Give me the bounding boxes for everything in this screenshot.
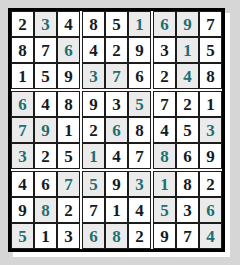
cell-r8c6[interactable]: 4 — [128, 197, 151, 223]
cell-r3c9[interactable]: 8 — [199, 63, 222, 89]
cell-r4c4[interactable]: 9 — [82, 91, 105, 117]
block-3-2: 593714682 — [82, 171, 151, 249]
cell-r2c7[interactable]: 3 — [153, 37, 176, 63]
cell-r8c4[interactable]: 7 — [82, 197, 105, 223]
cell-r8c8[interactable]: 3 — [176, 197, 199, 223]
cell-r2c6[interactable]: 9 — [128, 37, 151, 63]
cell-r6c5[interactable]: 4 — [105, 143, 128, 169]
cell-r3c5[interactable]: 7 — [105, 63, 128, 89]
cell-r9c4[interactable]: 6 — [82, 223, 105, 249]
cell-r3c8[interactable]: 4 — [176, 63, 199, 89]
block-1-1: 234876159 — [11, 11, 80, 89]
cell-r9c1[interactable]: 5 — [11, 223, 34, 249]
cell-r9c6[interactable]: 2 — [128, 223, 151, 249]
cell-r8c5[interactable]: 1 — [105, 197, 128, 223]
page-background: 2348761598514293766973152486487913259352… — [0, 0, 240, 265]
cell-r1c3[interactable]: 4 — [57, 11, 80, 37]
cell-r9c5[interactable]: 8 — [105, 223, 128, 249]
cell-r3c3[interactable]: 9 — [57, 63, 80, 89]
cell-r5c8[interactable]: 5 — [176, 117, 199, 143]
cell-r4c8[interactable]: 2 — [176, 91, 199, 117]
cell-r6c2[interactable]: 2 — [34, 143, 57, 169]
block-2-3: 721453869 — [153, 91, 222, 169]
cell-r7c5[interactable]: 9 — [105, 171, 128, 197]
cell-r5c2[interactable]: 9 — [34, 117, 57, 143]
cell-r8c3[interactable]: 2 — [57, 197, 80, 223]
cell-r1c7[interactable]: 6 — [153, 11, 176, 37]
cell-r6c6[interactable]: 7 — [128, 143, 151, 169]
cell-r5c7[interactable]: 4 — [153, 117, 176, 143]
block-1-2: 851429376 — [82, 11, 151, 89]
cell-r1c8[interactable]: 9 — [176, 11, 199, 37]
cell-r5c3[interactable]: 1 — [57, 117, 80, 143]
cell-r3c2[interactable]: 5 — [34, 63, 57, 89]
cell-r3c4[interactable]: 3 — [82, 63, 105, 89]
cell-r7c7[interactable]: 1 — [153, 171, 176, 197]
cell-r4c3[interactable]: 8 — [57, 91, 80, 117]
cell-r1c6[interactable]: 1 — [128, 11, 151, 37]
cell-r1c9[interactable]: 7 — [199, 11, 222, 37]
cell-r5c9[interactable]: 3 — [199, 117, 222, 143]
cell-r2c1[interactable]: 8 — [11, 37, 34, 63]
cell-r9c8[interactable]: 7 — [176, 223, 199, 249]
cell-r5c6[interactable]: 8 — [128, 117, 151, 143]
cell-r1c2[interactable]: 3 — [34, 11, 57, 37]
cell-r5c4[interactable]: 2 — [82, 117, 105, 143]
cell-r8c2[interactable]: 8 — [34, 197, 57, 223]
cell-r6c9[interactable]: 9 — [199, 143, 222, 169]
cell-r3c6[interactable]: 6 — [128, 63, 151, 89]
cell-r4c5[interactable]: 3 — [105, 91, 128, 117]
block-2-1: 648791325 — [11, 91, 80, 169]
cell-r7c4[interactable]: 5 — [82, 171, 105, 197]
block-2-2: 935268147 — [82, 91, 151, 169]
cell-r6c7[interactable]: 8 — [153, 143, 176, 169]
cell-r4c6[interactable]: 5 — [128, 91, 151, 117]
cell-r2c8[interactable]: 1 — [176, 37, 199, 63]
sudoku-board: 2348761598514293766973152486487913259352… — [8, 8, 225, 252]
cell-r1c1[interactable]: 2 — [11, 11, 34, 37]
block-3-1: 467982513 — [11, 171, 80, 249]
cell-r5c5[interactable]: 6 — [105, 117, 128, 143]
cell-r7c8[interactable]: 8 — [176, 171, 199, 197]
cell-r1c4[interactable]: 8 — [82, 11, 105, 37]
cell-r2c4[interactable]: 4 — [82, 37, 105, 63]
block-3-3: 182536974 — [153, 171, 222, 249]
cell-r7c3[interactable]: 7 — [57, 171, 80, 197]
cell-r7c2[interactable]: 6 — [34, 171, 57, 197]
cell-r4c2[interactable]: 4 — [34, 91, 57, 117]
cell-r5c1[interactable]: 7 — [11, 117, 34, 143]
cell-r3c7[interactable]: 2 — [153, 63, 176, 89]
cell-r6c4[interactable]: 1 — [82, 143, 105, 169]
cell-r2c2[interactable]: 7 — [34, 37, 57, 63]
cell-r2c5[interactable]: 2 — [105, 37, 128, 63]
cell-r7c1[interactable]: 4 — [11, 171, 34, 197]
cell-r4c1[interactable]: 6 — [11, 91, 34, 117]
block-1-3: 697315248 — [153, 11, 222, 89]
cell-r6c3[interactable]: 5 — [57, 143, 80, 169]
cell-r1c5[interactable]: 5 — [105, 11, 128, 37]
cell-r6c1[interactable]: 3 — [11, 143, 34, 169]
cell-r4c7[interactable]: 7 — [153, 91, 176, 117]
cell-r2c3[interactable]: 6 — [57, 37, 80, 63]
cell-r4c9[interactable]: 1 — [199, 91, 222, 117]
cell-r9c7[interactable]: 9 — [153, 223, 176, 249]
cell-r8c1[interactable]: 9 — [11, 197, 34, 223]
cell-r6c8[interactable]: 6 — [176, 143, 199, 169]
cell-r9c2[interactable]: 1 — [34, 223, 57, 249]
cell-r2c9[interactable]: 5 — [199, 37, 222, 63]
cell-r9c3[interactable]: 3 — [57, 223, 80, 249]
cell-r8c9[interactable]: 6 — [199, 197, 222, 223]
cell-r7c9[interactable]: 2 — [199, 171, 222, 197]
cell-r3c1[interactable]: 1 — [11, 63, 34, 89]
cell-r9c9[interactable]: 4 — [199, 223, 222, 249]
cell-r8c7[interactable]: 5 — [153, 197, 176, 223]
cell-r7c6[interactable]: 3 — [128, 171, 151, 197]
